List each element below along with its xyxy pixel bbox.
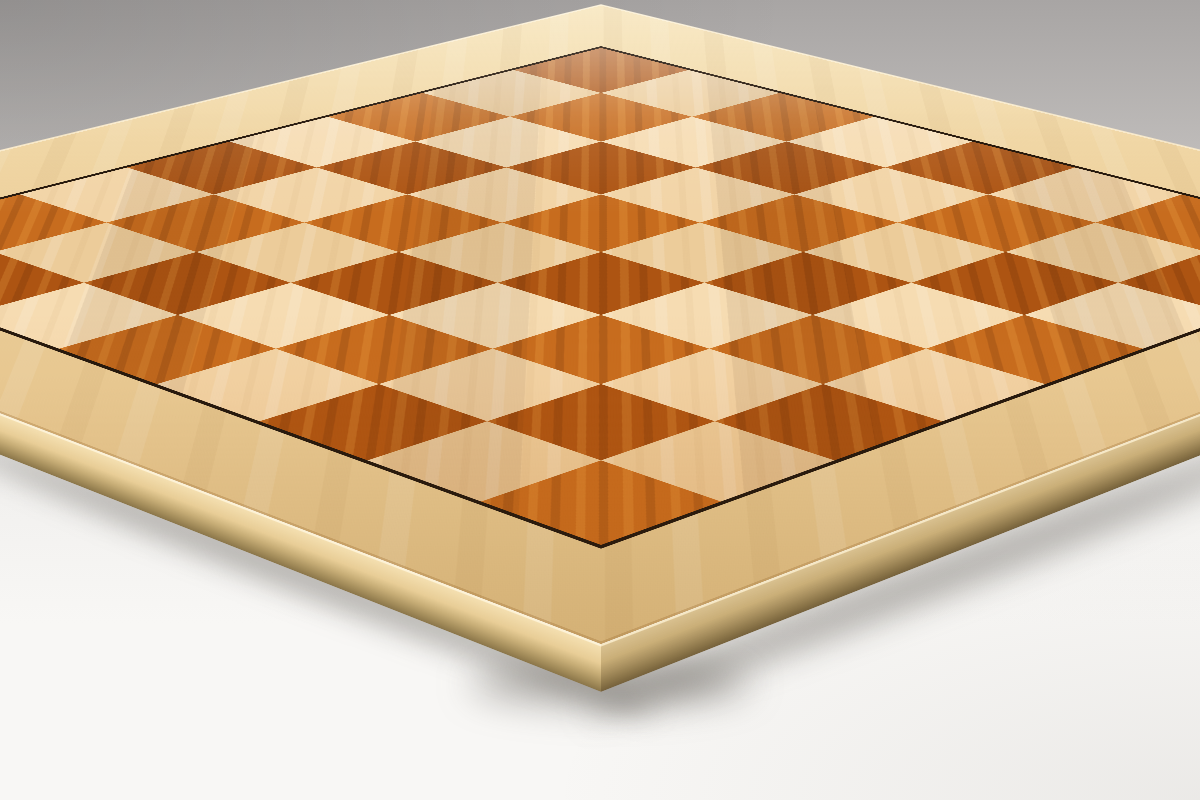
board-frame	[0, 4, 1200, 644]
square	[0, 252, 84, 315]
square	[276, 315, 493, 384]
square	[389, 283, 601, 349]
square	[601, 349, 823, 422]
square	[0, 283, 178, 349]
square	[259, 384, 487, 460]
square	[291, 252, 498, 315]
perspective-scene	[0, 0, 1200, 800]
square	[911, 252, 1118, 315]
square	[823, 349, 1045, 422]
chess-board	[0, 4, 1200, 644]
square	[487, 384, 715, 460]
square	[178, 283, 390, 349]
square	[601, 421, 835, 501]
square	[926, 315, 1143, 384]
square	[157, 349, 379, 422]
square	[704, 252, 911, 315]
square	[84, 252, 291, 315]
square	[379, 349, 601, 422]
square	[601, 283, 813, 349]
square	[813, 283, 1025, 349]
square	[59, 315, 276, 384]
square	[709, 315, 926, 384]
square	[493, 315, 710, 384]
square	[1118, 252, 1200, 315]
studio-backdrop	[0, 0, 1200, 800]
square	[481, 460, 721, 545]
board-squares-grid	[0, 48, 1200, 545]
board-playing-field	[0, 46, 1200, 549]
square	[715, 384, 943, 460]
square	[367, 421, 601, 501]
square	[498, 252, 705, 315]
square	[1024, 283, 1200, 349]
